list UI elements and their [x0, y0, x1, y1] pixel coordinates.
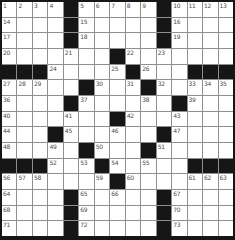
cell-r3c10[interactable] [141, 33, 155, 48]
black-square [141, 80, 155, 95]
cell-r7c4[interactable] [48, 96, 62, 111]
clue-number: 56 [3, 174, 10, 181]
cell-r4c9[interactable]: 22 [126, 49, 140, 64]
black-square [64, 18, 78, 33]
cell-r12c10[interactable] [141, 174, 155, 189]
cell-r12c13[interactable]: 61 [188, 174, 202, 189]
cell-r1c7[interactable]: 6 [95, 2, 109, 17]
clue-number: 59 [96, 174, 103, 181]
cell-r15c14[interactable] [203, 221, 217, 236]
clue-number: 70 [173, 206, 180, 213]
cell-r15c10[interactable] [141, 221, 155, 236]
cell-r7c14[interactable] [203, 96, 217, 111]
clue-number: 24 [49, 65, 56, 72]
cell-r10c1[interactable]: 48 [2, 143, 16, 158]
clue-number: 51 [158, 143, 165, 150]
cell-r9c9[interactable] [126, 127, 140, 142]
cell-r6c2[interactable]: 28 [17, 80, 31, 95]
clue-number: 23 [158, 49, 165, 56]
cell-r8c4[interactable] [48, 112, 62, 127]
clue-number: 31 [127, 80, 134, 87]
cell-r15c8[interactable] [110, 221, 124, 236]
cell-r11c6[interactable]: 53 [79, 159, 93, 174]
black-square [64, 206, 78, 221]
cell-r6c5[interactable] [64, 80, 78, 95]
cell-r4c6[interactable] [79, 49, 93, 64]
cell-r15c4[interactable] [48, 221, 62, 236]
cell-r6c1[interactable]: 27 [2, 80, 16, 95]
cell-r3c2[interactable] [17, 33, 31, 48]
clue-number: 33 [189, 80, 196, 87]
clue-number: 57 [18, 174, 25, 181]
cell-r1c15[interactable]: 13 [219, 2, 233, 17]
cell-r8c2[interactable] [17, 112, 31, 127]
black-square [157, 33, 171, 48]
cell-r15c1[interactable]: 71 [2, 221, 16, 236]
cell-r13c10[interactable] [141, 190, 155, 205]
cell-r7c1[interactable]: 36 [2, 96, 16, 111]
cell-r10c12[interactable] [172, 143, 186, 158]
black-square [141, 143, 155, 158]
clue-number: 7 [111, 2, 115, 9]
black-square [17, 159, 31, 174]
cell-r8c5[interactable]: 41 [64, 112, 78, 127]
clue-number: 55 [142, 159, 149, 166]
crossword-grid: 1234567891011121314151617181920212223242… [0, 0, 235, 240]
cell-r6c14[interactable]: 34 [203, 80, 217, 95]
cell-r9c1[interactable]: 44 [2, 127, 16, 142]
clue-number: 22 [127, 49, 134, 56]
black-square [203, 65, 217, 80]
clue-number: 36 [3, 96, 10, 103]
cell-r2c7[interactable] [95, 18, 109, 33]
cell-r5c5[interactable] [64, 65, 78, 80]
cell-r10c4[interactable]: 49 [48, 143, 62, 158]
cell-r6c11[interactable]: 32 [157, 80, 171, 95]
cell-r10c2[interactable] [17, 143, 31, 158]
cell-r7c8[interactable] [110, 96, 124, 111]
black-square [17, 65, 31, 80]
cell-r1c10[interactable]: 9 [141, 2, 155, 17]
clue-number: 62 [204, 174, 211, 181]
clue-number: 30 [96, 80, 103, 87]
clue-number: 8 [127, 2, 131, 9]
cell-r3c4[interactable] [48, 33, 62, 48]
cell-r11c9[interactable] [126, 159, 140, 174]
cell-r10c11[interactable]: 51 [157, 143, 171, 158]
cell-r12c7[interactable]: 59 [95, 174, 109, 189]
cell-r3c3[interactable] [33, 33, 47, 48]
black-square [157, 221, 171, 236]
clue-number: 21 [65, 49, 72, 56]
clue-number: 29 [34, 80, 41, 87]
cell-r14c10[interactable] [141, 206, 155, 221]
cell-r11c10[interactable]: 55 [141, 159, 155, 174]
clue-number: 64 [3, 190, 10, 197]
cell-r4c4[interactable] [48, 49, 62, 64]
clue-number: 37 [80, 96, 87, 103]
cell-r9c7[interactable] [95, 127, 109, 142]
cell-r5c11[interactable] [157, 65, 171, 80]
cell-r1c13[interactable]: 11 [188, 2, 202, 17]
black-square [110, 174, 124, 189]
cell-r8c12[interactable]: 43 [172, 112, 186, 127]
cell-r14c13[interactable] [188, 206, 202, 221]
clue-number: 73 [173, 221, 180, 228]
clue-number: 35 [220, 80, 227, 87]
clue-number: 61 [189, 174, 196, 181]
clue-number: 39 [189, 96, 196, 103]
cell-r14c12[interactable]: 70 [172, 206, 186, 221]
cell-r4c13[interactable] [188, 49, 202, 64]
clue-number: 34 [204, 80, 211, 87]
cell-r2c12[interactable]: 16 [172, 18, 186, 33]
black-square [64, 33, 78, 48]
cell-r4c14[interactable] [203, 49, 217, 64]
cell-r12c5[interactable] [64, 174, 78, 189]
clue-number: 18 [80, 33, 87, 40]
clue-number: 60 [127, 174, 134, 181]
cell-r1c6[interactable]: 5 [79, 2, 93, 17]
clue-number: 52 [49, 159, 56, 166]
cell-r5c12[interactable] [172, 65, 186, 80]
cell-r7c7[interactable] [95, 96, 109, 111]
clue-number: 1 [3, 2, 7, 9]
cell-r10c15[interactable] [219, 143, 233, 158]
cell-r12c15[interactable]: 63 [219, 174, 233, 189]
cell-r7c11[interactable] [157, 96, 171, 111]
cell-r12c9[interactable]: 60 [126, 174, 140, 189]
black-square [219, 159, 233, 174]
cell-r8c14[interactable] [203, 112, 217, 127]
clue-number: 3 [34, 2, 38, 9]
cell-r1c12[interactable]: 10 [172, 2, 186, 17]
cell-r7c3[interactable] [33, 96, 47, 111]
cell-r9c6[interactable] [79, 127, 93, 142]
cell-r7c10[interactable]: 38 [141, 96, 155, 111]
cell-r2c13[interactable] [188, 18, 202, 33]
cell-r15c15[interactable] [219, 221, 233, 236]
cell-r9c5[interactable]: 45 [64, 127, 78, 142]
cell-r5c6[interactable] [79, 65, 93, 80]
cell-r6c7[interactable]: 30 [95, 80, 109, 95]
cell-r13c1[interactable]: 64 [2, 190, 16, 205]
black-square [157, 190, 171, 205]
cell-r11c4[interactable]: 52 [48, 159, 62, 174]
cell-r3c15[interactable] [219, 33, 233, 48]
cell-r15c7[interactable] [95, 221, 109, 236]
cell-r9c12[interactable]: 47 [172, 127, 186, 142]
clue-number: 42 [127, 112, 134, 119]
black-square [48, 127, 62, 142]
black-square [64, 2, 78, 17]
cell-r10c8[interactable] [110, 143, 124, 158]
clue-number: 38 [142, 96, 149, 103]
clue-number: 63 [220, 174, 227, 181]
clue-number: 12 [204, 2, 211, 9]
black-square [33, 159, 47, 174]
cell-r9c14[interactable] [203, 127, 217, 142]
cell-r13c6[interactable]: 65 [79, 190, 93, 205]
cell-r14c8[interactable] [110, 206, 124, 221]
clue-number: 26 [142, 65, 149, 72]
black-square [2, 65, 16, 80]
clue-number: 53 [80, 159, 87, 166]
cell-r14c3[interactable] [33, 206, 47, 221]
cell-r7c9[interactable] [126, 96, 140, 111]
cell-r11c5[interactable] [64, 159, 78, 174]
black-square [2, 159, 16, 174]
clue-number: 46 [111, 127, 118, 134]
clue-number: 27 [3, 80, 10, 87]
cell-r13c4[interactable] [48, 190, 62, 205]
cell-r9c8[interactable]: 46 [110, 127, 124, 142]
clue-number: 16 [173, 18, 180, 25]
black-square [188, 159, 202, 174]
cell-r12c14[interactable]: 62 [203, 174, 217, 189]
black-square [64, 221, 78, 236]
cell-r15c2[interactable] [17, 221, 31, 236]
cell-r15c13[interactable] [188, 221, 202, 236]
crossword-puzzle: 1234567891011121314151617181920212223242… [0, 0, 235, 240]
black-square [203, 159, 217, 174]
cell-r11c12[interactable] [172, 159, 186, 174]
cell-r7c13[interactable]: 39 [188, 96, 202, 111]
cell-r4c11[interactable]: 23 [157, 49, 171, 64]
clue-number: 68 [3, 206, 10, 213]
cell-r10c3[interactable] [33, 143, 47, 158]
cell-r13c8[interactable]: 66 [110, 190, 124, 205]
clue-number: 54 [111, 159, 118, 166]
cell-r2c10[interactable] [141, 18, 155, 33]
cell-r4c7[interactable] [95, 49, 109, 64]
cell-r3c7[interactable] [95, 33, 109, 48]
cell-r4c12[interactable] [172, 49, 186, 64]
cell-r5c4[interactable]: 24 [48, 65, 62, 80]
cell-r9c10[interactable] [141, 127, 155, 142]
clue-number: 19 [173, 33, 180, 40]
clue-number: 40 [3, 112, 10, 119]
cell-r8c15[interactable] [219, 112, 233, 127]
black-square [157, 127, 171, 142]
cell-r14c6[interactable]: 69 [79, 206, 93, 221]
cell-r12c3[interactable]: 58 [33, 174, 47, 189]
cell-r3c9[interactable] [126, 33, 140, 48]
cell-r7c2[interactable] [17, 96, 31, 111]
cell-r4c5[interactable]: 21 [64, 49, 78, 64]
cell-r10c7[interactable]: 50 [95, 143, 109, 158]
clue-number: 20 [3, 49, 10, 56]
clue-number: 47 [173, 127, 180, 134]
cell-r13c14[interactable] [203, 190, 217, 205]
clue-number: 43 [173, 112, 180, 119]
cell-r8c11[interactable] [157, 112, 171, 127]
cell-r9c15[interactable] [219, 127, 233, 142]
cell-r8c3[interactable] [33, 112, 47, 127]
clue-number: 6 [96, 2, 100, 9]
black-square [64, 96, 78, 111]
cell-r8c1[interactable]: 40 [2, 112, 16, 127]
cell-r2c9[interactable] [126, 18, 140, 33]
clue-number: 11 [189, 2, 196, 9]
cell-r7c15[interactable] [219, 96, 233, 111]
cell-r12c1[interactable]: 56 [2, 174, 16, 189]
black-square [219, 65, 233, 80]
clue-number: 28 [18, 80, 25, 87]
cell-r6c3[interactable]: 29 [33, 80, 47, 95]
cell-r3c12[interactable]: 19 [172, 33, 186, 48]
cell-r1c1[interactable]: 1 [2, 2, 16, 17]
cell-r12c2[interactable]: 57 [17, 174, 31, 189]
clue-number: 72 [80, 221, 87, 228]
cell-r15c6[interactable]: 72 [79, 221, 93, 236]
clue-number: 65 [80, 190, 87, 197]
clue-number: 50 [96, 143, 103, 150]
cell-r3c6[interactable]: 18 [79, 33, 93, 48]
cell-r2c8[interactable] [110, 18, 124, 33]
clue-number: 32 [158, 80, 165, 87]
black-square [188, 65, 202, 80]
black-square [157, 2, 171, 17]
cell-r4c15[interactable] [219, 49, 233, 64]
black-square [110, 49, 124, 64]
cell-r1c4[interactable]: 4 [48, 2, 62, 17]
cell-r13c2[interactable] [17, 190, 31, 205]
cell-r5c10[interactable]: 26 [141, 65, 155, 80]
clue-number: 58 [34, 174, 41, 181]
clue-number: 17 [3, 33, 10, 40]
cell-r10c5[interactable] [64, 143, 78, 158]
clue-number: 2 [18, 2, 22, 9]
cell-r12c12[interactable] [172, 174, 186, 189]
black-square [79, 143, 93, 158]
cell-r14c15[interactable] [219, 206, 233, 221]
cell-r6c13[interactable]: 33 [188, 80, 202, 95]
black-square [157, 206, 171, 221]
cell-r12c4[interactable] [48, 174, 62, 189]
black-square [79, 80, 93, 95]
cell-r14c1[interactable]: 68 [2, 206, 16, 221]
clue-number: 69 [80, 206, 87, 213]
cell-r6c8[interactable] [110, 80, 124, 95]
cell-r13c7[interactable] [95, 190, 109, 205]
cell-r3c14[interactable] [203, 33, 217, 48]
cell-r3c8[interactable] [110, 33, 124, 48]
clue-number: 13 [220, 2, 227, 9]
cell-r5c8[interactable]: 25 [110, 65, 124, 80]
cell-r1c2[interactable]: 2 [17, 2, 31, 17]
cell-r3c1[interactable]: 17 [2, 33, 16, 48]
black-square [64, 190, 78, 205]
cell-r12c6[interactable] [79, 174, 93, 189]
cell-r2c4[interactable] [48, 18, 62, 33]
black-square [157, 18, 171, 33]
clue-number: 66 [111, 190, 118, 197]
cell-r7c6[interactable]: 37 [79, 96, 93, 111]
clue-number: 14 [3, 18, 10, 25]
cell-r6c9[interactable]: 31 [126, 80, 140, 95]
cell-r14c7[interactable] [95, 206, 109, 221]
cell-r15c12[interactable]: 73 [172, 221, 186, 236]
cell-r9c3[interactable] [33, 127, 47, 142]
cell-r1c14[interactable]: 12 [203, 2, 217, 17]
cell-r4c3[interactable] [33, 49, 47, 64]
clue-number: 4 [49, 2, 53, 9]
cell-r14c14[interactable] [203, 206, 217, 221]
cell-r2c15[interactable] [219, 18, 233, 33]
cell-r10c14[interactable] [203, 143, 217, 158]
cell-r1c9[interactable]: 8 [126, 2, 140, 17]
clue-number: 9 [142, 2, 146, 9]
cell-r15c3[interactable] [33, 221, 47, 236]
cell-r6c12[interactable] [172, 80, 186, 95]
cell-r14c2[interactable] [17, 206, 31, 221]
black-square [95, 159, 109, 174]
cell-r1c8[interactable]: 7 [110, 2, 124, 17]
cell-r8c7[interactable] [95, 112, 109, 127]
cell-r2c1[interactable]: 14 [2, 18, 16, 33]
cell-r3c13[interactable] [188, 33, 202, 48]
cell-r10c9[interactable] [126, 143, 140, 158]
cell-r13c15[interactable] [219, 190, 233, 205]
clue-number: 41 [65, 112, 72, 119]
clue-number: 48 [3, 143, 10, 150]
clue-number: 49 [49, 143, 56, 150]
cell-r8c10[interactable] [141, 112, 155, 127]
clue-number: 15 [80, 18, 87, 25]
black-square [172, 96, 186, 111]
cell-r10c13[interactable] [188, 143, 202, 158]
cell-r13c3[interactable] [33, 190, 47, 205]
cell-r15c9[interactable] [126, 221, 140, 236]
cell-r2c6[interactable]: 15 [79, 18, 93, 33]
cell-r8c13[interactable] [188, 112, 202, 127]
black-square [110, 112, 124, 127]
clue-number: 45 [65, 127, 72, 134]
cell-r4c1[interactable]: 20 [2, 49, 16, 64]
black-square [126, 65, 140, 80]
clue-number: 25 [111, 65, 118, 72]
cell-r14c4[interactable] [48, 206, 62, 221]
cell-r12c11[interactable] [157, 174, 171, 189]
cell-r1c3[interactable]: 3 [33, 2, 47, 17]
clue-number: 5 [80, 2, 84, 9]
cell-r4c2[interactable] [17, 49, 31, 64]
cell-r6c15[interactable]: 35 [219, 80, 233, 95]
cell-r14c9[interactable] [126, 206, 140, 221]
clue-number: 10 [173, 2, 180, 9]
clue-number: 71 [3, 221, 10, 228]
cell-r9c13[interactable] [188, 127, 202, 142]
cell-r2c2[interactable] [17, 18, 31, 33]
cell-r11c11[interactable] [157, 159, 171, 174]
cell-r2c14[interactable] [203, 18, 217, 33]
cell-r9c2[interactable] [17, 127, 31, 142]
cell-r11c8[interactable]: 54 [110, 159, 124, 174]
cell-r2c3[interactable] [33, 18, 47, 33]
cell-r5c7[interactable] [95, 65, 109, 80]
cell-r13c9[interactable] [126, 190, 140, 205]
cell-r8c6[interactable] [79, 112, 93, 127]
cell-r13c12[interactable]: 67 [172, 190, 186, 205]
cell-r8c9[interactable]: 42 [126, 112, 140, 127]
black-square [33, 65, 47, 80]
cell-r4c10[interactable] [141, 49, 155, 64]
cell-r13c13[interactable] [188, 190, 202, 205]
clue-number: 44 [3, 127, 10, 134]
clue-number: 67 [173, 190, 180, 197]
cell-r6c4[interactable] [48, 80, 62, 95]
